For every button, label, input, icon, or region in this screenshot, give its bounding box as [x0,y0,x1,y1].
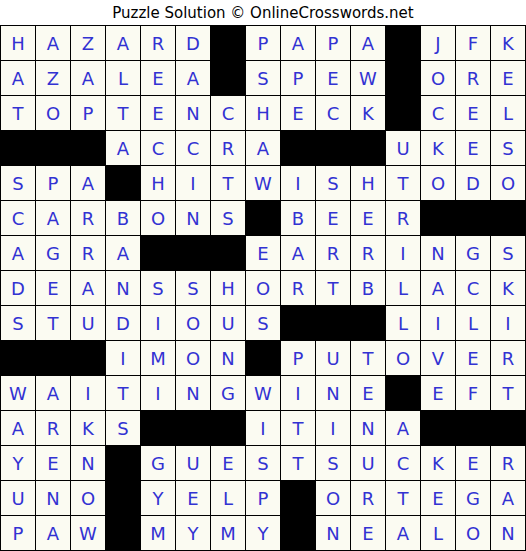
letter-cell: W [351,61,385,95]
letter-cell: N [106,271,140,305]
letter-cell: K [421,446,455,480]
cell-letter: O [151,208,165,229]
cell-letter: N [46,488,59,509]
cell-letter: I [505,313,510,334]
letter-cell: E [316,201,350,235]
letter-cell: W [71,516,105,550]
cell-letter: N [221,348,234,369]
letter-cell: A [491,481,525,515]
cell-letter: N [186,383,199,404]
letter-cell: A [1,411,35,445]
black-cell [106,446,140,480]
black-cell [246,201,280,235]
letter-cell: S [176,271,210,305]
cell-letter: N [501,523,514,544]
black-cell [211,26,245,60]
cell-letter: I [400,243,405,264]
black-cell [36,131,70,165]
black-cell [1,131,35,165]
letter-cell: E [351,376,385,410]
cell-letter: T [328,278,339,299]
letter-cell: E [316,61,350,95]
black-cell [421,411,455,445]
cell-letter: G [221,383,235,404]
cell-letter: L [503,103,513,124]
black-cell [141,411,175,445]
cell-letter: O [501,173,515,194]
letter-cell: H [1,26,35,60]
cell-letter: I [155,313,160,334]
cell-letter: B [292,208,304,229]
letter-cell: L [456,306,490,340]
letter-cell: S [211,201,245,235]
cell-letter: A [47,523,59,544]
letter-cell: T [386,166,420,200]
black-cell [456,201,490,235]
letter-cell: G [141,446,175,480]
cell-letter: A [397,418,409,439]
cell-letter: P [328,33,339,54]
letter-cell: N [176,96,210,130]
cell-letter: E [467,138,478,159]
cell-letter: T [118,103,129,124]
black-cell [71,131,105,165]
letter-cell: N [211,341,245,375]
letter-cell: T [491,376,525,410]
page: Puzzle Solution © OnlineCrosswords.net H… [0,0,526,551]
cell-letter: R [362,243,375,264]
cell-letter: D [116,313,130,334]
letter-cell: N [176,201,210,235]
letter-cell: K [491,26,525,60]
cell-letter: Y [13,453,24,474]
letter-cell: P [246,26,280,60]
letter-cell: E [351,516,385,550]
letter-cell: Y [176,516,210,550]
letter-cell: A [106,131,140,165]
cell-letter: N [326,523,339,544]
letter-cell: M [141,341,175,375]
cell-letter: L [398,313,408,334]
black-cell [281,306,315,340]
letter-cell: R [456,61,490,95]
letter-cell: C [386,446,420,480]
cell-letter: P [258,488,269,509]
cell-letter: C [397,453,410,474]
letter-cell: C [316,96,350,130]
letter-cell: P [281,341,315,375]
cell-letter: C [467,278,480,299]
page-title: Puzzle Solution © OnlineCrosswords.net [0,0,526,25]
cell-letter: H [151,173,165,194]
cell-letter: A [82,68,94,89]
black-cell [386,26,420,60]
letter-cell: H [351,166,385,200]
black-cell [456,411,490,445]
cell-letter: O [81,488,95,509]
cell-letter: B [362,278,374,299]
letter-cell: D [106,306,140,340]
cell-letter: A [117,138,129,159]
cell-letter: W [359,68,377,89]
letter-cell: S [491,131,525,165]
cell-letter: A [292,33,304,54]
letter-cell: G [211,376,245,410]
cell-letter: S [502,138,513,159]
cell-letter: W [9,383,27,404]
letter-cell: S [246,306,280,340]
letter-cell: L [106,61,140,95]
letter-cell: U [211,306,245,340]
cell-letter: D [186,33,200,54]
black-cell [211,411,245,445]
letter-cell: P [36,166,70,200]
cell-letter: P [83,103,94,124]
cell-letter: A [47,33,59,54]
cell-letter: R [222,138,235,159]
letter-cell: E [246,236,280,270]
letter-cell: H [246,96,280,130]
letter-cell: A [36,516,70,550]
cell-letter: O [326,488,340,509]
letter-cell: T [36,306,70,340]
letter-cell: A [71,271,105,305]
letter-cell: W [246,376,280,410]
cell-letter: C [327,103,340,124]
cell-letter: I [155,383,160,404]
cell-letter: I [190,173,195,194]
cell-letter: T [363,348,374,369]
letter-cell: N [421,236,455,270]
letter-cell: H [141,166,175,200]
cell-letter: O [46,103,60,124]
letter-cell: R [351,236,385,270]
cell-letter: O [431,173,445,194]
letter-cell: A [351,26,385,60]
letter-cell: A [176,61,210,95]
letter-cell: O [176,341,210,375]
cell-letter: U [81,313,94,334]
letter-cell: H [211,271,245,305]
letter-cell: L [386,271,420,305]
cell-letter: R [467,68,480,89]
cell-letter: I [260,418,265,439]
letter-cell: A [71,166,105,200]
cell-letter: O [396,348,410,369]
cell-letter: E [47,453,58,474]
cell-letter: E [502,68,513,89]
black-cell [176,411,210,445]
letter-cell: A [106,236,140,270]
black-cell [386,61,420,95]
cell-letter: U [11,488,24,509]
letter-cell: P [1,516,35,550]
cell-letter: T [398,488,409,509]
cell-letter: E [152,68,163,89]
letter-cell: S [246,446,280,480]
letter-cell: L [421,516,455,550]
letter-cell: I [71,376,105,410]
letter-cell: L [386,306,420,340]
letter-cell: N [316,516,350,550]
black-cell [36,341,70,375]
letter-cell: I [106,341,140,375]
cell-letter: T [223,173,234,194]
letter-cell: U [351,446,385,480]
letter-cell: C [1,201,35,235]
letter-cell: T [211,166,245,200]
cell-letter: K [432,453,444,474]
letter-cell: T [386,481,420,515]
cell-letter: S [222,208,233,229]
cell-letter: L [223,488,233,509]
cell-letter: R [82,243,95,264]
cell-letter: A [117,243,129,264]
letter-cell: I [386,236,420,270]
cell-letter: D [466,173,480,194]
cell-letter: M [150,523,166,544]
letter-cell: M [141,516,175,550]
cell-letter: D [11,278,25,299]
letter-cell: G [36,236,70,270]
letter-cell: Y [141,481,175,515]
cell-letter: A [187,68,199,89]
cell-letter: A [432,278,444,299]
letter-cell: E [36,271,70,305]
letter-cell: R [281,271,315,305]
letter-cell: E [141,96,175,130]
letter-cell: I [176,166,210,200]
letter-cell: R [141,26,175,60]
black-cell [281,481,315,515]
cell-letter: E [152,103,163,124]
letter-cell: E [421,376,455,410]
letter-cell: A [36,201,70,235]
cell-letter: K [362,103,374,124]
letter-cell: C [141,131,175,165]
letter-cell: E [491,61,525,95]
cell-letter: H [256,103,270,124]
crossword-grid: HAZARDPAPAJFKAZALEASPEWORETOPTENCHECKCEL… [0,25,526,551]
letter-cell: U [176,446,210,480]
cell-letter: N [186,208,199,229]
letter-cell: Z [71,26,105,60]
letter-cell: I [281,166,315,200]
cell-letter: N [431,243,444,264]
cell-letter: S [257,313,268,334]
letter-cell: B [281,201,315,235]
letter-cell: K [351,96,385,130]
letter-cell: N [316,376,350,410]
letter-cell: C [456,271,490,305]
cell-letter: K [502,278,514,299]
cell-letter: S [152,278,163,299]
cell-letter: E [187,488,198,509]
letter-cell: S [141,271,175,305]
cell-letter: E [327,208,338,229]
cell-letter: E [47,278,58,299]
cell-letter: R [152,33,165,54]
letter-cell: R [211,131,245,165]
letter-cell: Z [36,61,70,95]
letter-cell: A [386,516,420,550]
letter-cell: T [281,446,315,480]
letter-cell: T [1,96,35,130]
cell-letter: T [293,418,304,439]
cell-letter: I [120,348,125,369]
cell-letter: P [293,68,304,89]
cell-letter: R [292,278,305,299]
letter-cell: D [1,271,35,305]
letter-cell: E [36,446,70,480]
cell-letter: G [151,453,165,474]
cell-letter: K [502,33,514,54]
black-cell [71,341,105,375]
letter-cell: A [281,26,315,60]
letter-cell: T [316,271,350,305]
letter-cell: O [246,271,280,305]
cell-letter: G [46,243,60,264]
letter-cell: G [456,236,490,270]
black-cell [386,376,420,410]
cell-letter: R [397,208,410,229]
cell-letter: E [467,348,478,369]
cell-letter: S [502,243,513,264]
cell-letter: O [466,523,480,544]
cell-letter: A [502,488,514,509]
letter-cell: E [176,481,210,515]
cell-letter: N [186,103,199,124]
letter-cell: B [351,271,385,305]
letter-cell: B [106,201,140,235]
cell-letter: W [79,523,97,544]
black-cell [421,201,455,235]
cell-letter: T [398,173,409,194]
cell-letter: O [186,313,200,334]
cell-letter: S [187,278,198,299]
letter-cell: O [176,306,210,340]
letter-cell: C [421,96,455,130]
letter-cell: F [456,376,490,410]
cell-letter: E [257,243,268,264]
letter-cell: E [351,201,385,235]
cell-letter: Y [153,488,164,509]
cell-letter: S [327,453,338,474]
letter-cell: R [36,411,70,445]
cell-letter: O [256,278,270,299]
cell-letter: C [12,208,25,229]
letter-cell: N [351,411,385,445]
letter-cell: E [211,446,245,480]
black-cell [176,236,210,270]
cell-letter: H [221,278,235,299]
cell-letter: A [12,243,24,264]
cell-letter: C [152,138,165,159]
black-cell [211,236,245,270]
letter-cell: R [386,201,420,235]
letter-cell: W [246,166,280,200]
cell-letter: T [13,103,24,124]
cell-letter: E [362,383,373,404]
cell-letter: A [12,418,24,439]
cell-letter: A [47,208,59,229]
cell-letter: U [186,453,199,474]
cell-letter: K [82,418,94,439]
cell-letter: O [431,68,445,89]
letter-cell: W [1,376,35,410]
cell-letter: K [432,138,444,159]
letter-cell: N [491,516,525,550]
letter-cell: O [316,481,350,515]
cell-letter: T [293,453,304,474]
cell-letter: H [361,173,375,194]
cell-letter: L [118,68,128,89]
letter-cell: N [36,481,70,515]
letter-cell: D [456,166,490,200]
letter-cell: A [421,271,455,305]
letter-cell: O [386,341,420,375]
letter-cell: O [491,166,525,200]
letter-cell: V [421,341,455,375]
black-cell [316,306,350,340]
letter-cell: E [456,341,490,375]
letter-cell: E [141,61,175,95]
cell-letter: U [396,138,409,159]
letter-cell: I [491,306,525,340]
cell-letter: V [432,348,444,369]
letter-cell: K [71,411,105,445]
black-cell [491,411,525,445]
letter-cell: U [71,306,105,340]
cell-letter: A [82,278,94,299]
cell-letter: S [257,453,268,474]
cell-letter: C [222,103,235,124]
letter-cell: E [456,446,490,480]
letter-cell: L [211,481,245,515]
cell-letter: S [327,173,338,194]
cell-letter: R [82,208,95,229]
cell-letter: E [362,208,373,229]
black-cell [351,306,385,340]
letter-cell: I [246,411,280,445]
cell-letter: J [435,33,440,54]
letter-cell: A [281,236,315,270]
cell-letter: S [12,173,23,194]
black-cell [491,201,525,235]
cell-letter: Y [258,523,269,544]
cell-letter: O [186,348,200,369]
letter-cell: O [421,166,455,200]
letter-cell: R [71,201,105,235]
cell-letter: E [327,68,338,89]
letter-cell: C [176,131,210,165]
letter-cell: J [421,26,455,60]
cell-letter: E [467,103,478,124]
cell-letter: P [293,348,304,369]
letter-cell: A [106,26,140,60]
cell-letter: Y [188,523,199,544]
letter-cell: O [36,96,70,130]
cell-letter: R [47,418,60,439]
cell-letter: L [433,523,443,544]
cell-letter: A [257,138,269,159]
letter-cell: O [71,481,105,515]
cell-letter: R [327,243,340,264]
black-cell [316,131,350,165]
letter-cell: A [386,411,420,445]
letter-cell: S [106,411,140,445]
letter-cell: O [421,61,455,95]
